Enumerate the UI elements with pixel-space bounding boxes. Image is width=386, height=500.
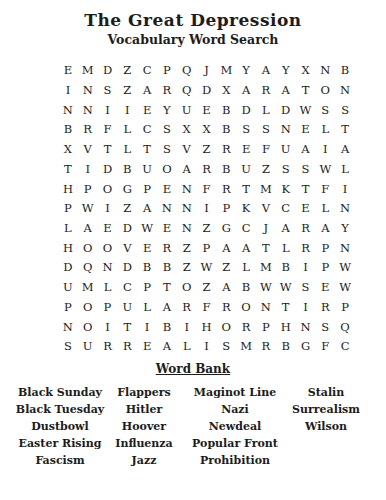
grid-cell-r4c15: T	[335, 120, 355, 140]
grid-cell-r4c3: F	[98, 120, 118, 140]
word-bank-word: Popular Front	[192, 435, 278, 452]
grid-cell-r13c4: U	[117, 298, 137, 318]
grid-cell-r6c13: S	[296, 160, 316, 180]
word-bank-word: Fascism	[35, 452, 84, 469]
grid-cell-r15c15: C	[335, 337, 355, 357]
grid-cell-r6c7: A	[177, 160, 197, 180]
grid-cell-r15c13: G	[296, 337, 316, 357]
grid-cell-r14c3: I	[98, 318, 118, 338]
grid-cell-r5c12: U	[276, 140, 296, 160]
grid-cell-r3c9: B	[216, 100, 236, 120]
grid-cell-r10c9: A	[216, 239, 236, 259]
grid-cell-r6c5: U	[137, 160, 157, 180]
grid-cell-r10c14: P	[315, 239, 335, 259]
grid-cell-r5c7: V	[177, 140, 197, 160]
grid-cell-r8c10: K	[236, 199, 256, 219]
grid-cell-r8c11: V	[256, 199, 276, 219]
grid-cell-r13c11: N	[256, 298, 276, 318]
grid-cell-r11c13: I	[296, 258, 316, 278]
grid-cell-r2c2: N	[78, 81, 98, 101]
grid-cell-r1c4: Z	[117, 61, 137, 81]
grid-cell-r6c9: B	[216, 160, 236, 180]
grid-cell-r8c14: L	[315, 199, 335, 219]
grid-cell-r6c1: T	[58, 160, 78, 180]
grid-cell-r4c7: X	[177, 120, 197, 140]
grid-cell-r4c2: R	[78, 120, 98, 140]
word-bank-column-2: FlappersHitlerHooverInfluenzaJazz	[102, 384, 186, 469]
grid-cell-r5c5: T	[137, 140, 157, 160]
grid-cell-r3c2: N	[78, 100, 98, 120]
grid-cell-r7c13: T	[296, 179, 316, 199]
grid-cell-r15c2: U	[78, 337, 98, 357]
grid-cell-r7c3: O	[98, 179, 118, 199]
grid-cell-r8c4: Z	[117, 199, 137, 219]
grid-cell-r15c11: R	[256, 337, 276, 357]
grid-cell-r7c1: H	[58, 179, 78, 199]
grid-cell-r9c10: C	[236, 219, 256, 239]
grid-cell-r14c10: R	[236, 318, 256, 338]
grid-cell-r8c8: I	[197, 199, 217, 219]
grid-cell-r3c5: E	[137, 100, 157, 120]
grid-cell-r5c8: Z	[197, 140, 217, 160]
word-bank-word: Jazz	[132, 452, 157, 469]
grid-cell-r1c13: X	[296, 61, 316, 81]
grid-cell-r13c6: A	[157, 298, 177, 318]
grid-cell-r9c5: W	[137, 219, 157, 239]
grid-cell-r12c4: C	[117, 278, 137, 298]
grid-cell-r6c2: I	[78, 160, 98, 180]
grid-cell-r2c10: A	[236, 81, 256, 101]
grid-cell-r13c9: R	[216, 298, 236, 318]
grid-cell-r10c10: A	[236, 239, 256, 259]
grid-cell-r3c13: W	[296, 100, 316, 120]
grid-cell-r15c6: A	[157, 337, 177, 357]
grid-cell-r2c6: R	[157, 81, 177, 101]
grid-cell-r11c9: Z	[216, 258, 236, 278]
grid-cell-r1c6: P	[157, 61, 177, 81]
grid-cell-r11c2: Q	[78, 258, 98, 278]
grid-cell-r3c1: N	[58, 100, 78, 120]
grid-cell-r14c12: H	[276, 318, 296, 338]
grid-cell-r1c10: Y	[236, 61, 256, 81]
grid-cell-r3c6: Y	[157, 100, 177, 120]
grid-cell-r9c9: G	[216, 219, 236, 239]
grid-cell-r8c9: P	[216, 199, 236, 219]
grid-cell-r13c14: R	[315, 298, 335, 318]
grid-cell-r14c14: S	[315, 318, 335, 338]
grid-cell-r15c12: B	[276, 337, 296, 357]
grid-cell-r2c12: A	[276, 81, 296, 101]
grid-cell-r2c7: Q	[177, 81, 197, 101]
grid-cell-r10c4: V	[117, 239, 137, 259]
grid-cell-r4c5: C	[137, 120, 157, 140]
grid-cell-r9c3: E	[98, 219, 118, 239]
grid-cell-r5c3: T	[98, 140, 118, 160]
grid-cell-r12c10: B	[236, 278, 256, 298]
grid-cell-r8c1: P	[58, 199, 78, 219]
grid-cell-r14c6: B	[157, 318, 177, 338]
grid-cell-r14c7: I	[177, 318, 197, 338]
word-bank-word: Dustbowl	[31, 418, 89, 435]
grid-cell-r12c8: Z	[197, 278, 217, 298]
grid-cell-r1c12: Y	[276, 61, 296, 81]
word-bank-column-3: Maginot LineNaziNewdealPopular FrontProh…	[186, 384, 284, 469]
grid-cell-r7c10: T	[236, 179, 256, 199]
grid-cell-r9c7: N	[177, 219, 197, 239]
grid-cell-r8c12: C	[276, 199, 296, 219]
word-bank-column-4: StalinSurrealismWilson	[284, 384, 368, 469]
grid-cell-r4c13: E	[296, 120, 316, 140]
grid-cell-r12c2: M	[78, 278, 98, 298]
grid-cell-r14c4: T	[117, 318, 137, 338]
grid-cell-r13c12: T	[276, 298, 296, 318]
grid-cell-r6c14: W	[315, 160, 335, 180]
word-bank-word: Stalin	[308, 384, 345, 401]
grid-cell-r3c4: I	[117, 100, 137, 120]
word-bank-word: Hitler	[126, 401, 163, 418]
grid-cell-r8c6: N	[157, 199, 177, 219]
grid-cell-r10c5: E	[137, 239, 157, 259]
grid-cell-r1c7: Q	[177, 61, 197, 81]
grid-cell-r12c11: W	[256, 278, 276, 298]
grid-cell-r4c6: S	[157, 120, 177, 140]
grid-cell-r13c8: F	[197, 298, 217, 318]
grid-cell-r4c11: S	[256, 120, 276, 140]
grid-cell-r11c1: D	[58, 258, 78, 278]
grid-cell-r11c14: P	[315, 258, 335, 278]
grid-cell-r6c11: Z	[256, 160, 276, 180]
grid-cell-r5c15: A	[335, 140, 355, 160]
grid-cell-r6c6: O	[157, 160, 177, 180]
grid-cell-r13c10: O	[236, 298, 256, 318]
grid-cell-r14c1: N	[58, 318, 78, 338]
grid-cell-r15c8: I	[197, 337, 217, 357]
grid-cell-r1c3: D	[98, 61, 118, 81]
grid-cell-r8c15: N	[335, 199, 355, 219]
grid-cell-r11c7: Z	[177, 258, 197, 278]
grid-cell-r10c15: N	[335, 239, 355, 259]
word-bank-word: Newdeal	[209, 418, 262, 435]
grid-cell-r13c13: I	[296, 298, 316, 318]
grid-cell-r6c12: S	[276, 160, 296, 180]
grid-cell-r14c2: O	[78, 318, 98, 338]
grid-cell-r12c5: P	[137, 278, 157, 298]
grid-cell-r2c13: T	[296, 81, 316, 101]
word-bank-word: Surrealism	[292, 401, 360, 418]
grid-cell-r2c5: A	[137, 81, 157, 101]
grid-cell-r14c8: H	[197, 318, 217, 338]
grid-cell-r11c6: B	[157, 258, 177, 278]
page-subtitle: Vocabulary Word Search	[0, 32, 386, 47]
grid-cell-r8c3: I	[98, 199, 118, 219]
grid-cell-r4c4: L	[117, 120, 137, 140]
grid-cell-r13c5: L	[137, 298, 157, 318]
grid-cell-r2c1: I	[58, 81, 78, 101]
grid-cell-r7c12: K	[276, 179, 296, 199]
word-bank-word: Wilson	[305, 418, 347, 435]
grid-cell-r10c7: Z	[177, 239, 197, 259]
grid-cell-r5c9: R	[216, 140, 236, 160]
grid-cell-r3c15: S	[335, 100, 355, 120]
grid-cell-r3c14: S	[315, 100, 335, 120]
grid-cell-r9c12: A	[276, 219, 296, 239]
grid-cell-r4c12: N	[276, 120, 296, 140]
grid-cell-r14c13: N	[296, 318, 316, 338]
grid-cell-r5c14: I	[315, 140, 335, 160]
grid-cell-r10c3: O	[98, 239, 118, 259]
grid-cell-r8c2: W	[78, 199, 98, 219]
grid-cell-r2c15: N	[335, 81, 355, 101]
grid-cell-r3c7: U	[177, 100, 197, 120]
grid-cell-r15c4: R	[117, 337, 137, 357]
grid-cell-r11c15: W	[335, 258, 355, 278]
grid-cell-r2c9: X	[216, 81, 236, 101]
word-bank-word: Nazi	[221, 401, 249, 418]
word-bank-word: Easter Rising	[19, 435, 102, 452]
grid-cell-r6c8: R	[197, 160, 217, 180]
grid-cell-r13c7: R	[177, 298, 197, 318]
grid-cell-r11c5: B	[137, 258, 157, 278]
grid-cell-r4c14: L	[315, 120, 335, 140]
grid-cell-r1c5: C	[137, 61, 157, 81]
grid-cell-r2c3: S	[98, 81, 118, 101]
grid-cell-r8c5: A	[137, 199, 157, 219]
grid-cell-r7c11: M	[256, 179, 276, 199]
grid-cell-r14c15: Q	[335, 318, 355, 338]
grid-cell-r8c7: N	[177, 199, 197, 219]
grid-cell-r15c1: S	[58, 337, 78, 357]
grid-cell-r12c3: L	[98, 278, 118, 298]
word-bank-word: Hoover	[122, 418, 166, 435]
grid-cell-r2c4: Z	[117, 81, 137, 101]
grid-cell-r9c1: L	[58, 219, 78, 239]
grid-cell-r15c9: S	[216, 337, 236, 357]
grid-cell-r7c4: G	[117, 179, 137, 199]
grid-cell-r10c6: R	[157, 239, 177, 259]
grid-cell-r15c7: L	[177, 337, 197, 357]
grid-cell-r1c11: A	[256, 61, 276, 81]
grid-cell-r7c7: N	[177, 179, 197, 199]
grid-cell-r10c1: H	[58, 239, 78, 259]
grid-cell-r1c1: E	[58, 61, 78, 81]
grid-cell-r15c10: M	[236, 337, 256, 357]
grid-cell-r10c2: O	[78, 239, 98, 259]
grid-cell-r15c3: R	[98, 337, 118, 357]
grid-cell-r13c1: P	[58, 298, 78, 318]
grid-cell-r11c4: D	[117, 258, 137, 278]
grid-cell-r5c2: V	[78, 140, 98, 160]
grid-cell-r5c4: L	[117, 140, 137, 160]
grid-cell-r10c11: T	[256, 239, 276, 259]
grid-cell-r3c10: D	[236, 100, 256, 120]
word-bank-word: Maginot Line	[194, 384, 276, 401]
grid-cell-r6c4: B	[117, 160, 137, 180]
grid-cell-r14c5: I	[137, 318, 157, 338]
word-bank-word: Influenza	[115, 435, 173, 452]
grid-cell-r12c12: W	[276, 278, 296, 298]
grid-cell-r4c8: X	[197, 120, 217, 140]
grid-cell-r6c10: U	[236, 160, 256, 180]
grid-cell-r11c11: M	[256, 258, 276, 278]
grid-cell-r6c15: L	[335, 160, 355, 180]
grid-cell-r7c5: P	[137, 179, 157, 199]
grid-cell-r12c1: U	[58, 278, 78, 298]
grid-cell-r9c15: Y	[335, 219, 355, 239]
grid-cell-r12c13: S	[296, 278, 316, 298]
grid-cell-r11c3: N	[98, 258, 118, 278]
grid-cell-r9c13: R	[296, 219, 316, 239]
grid-cell-r7c2: P	[78, 179, 98, 199]
grid-cell-r12c6: T	[157, 278, 177, 298]
grid-cell-r2c8: D	[197, 81, 217, 101]
grid-cell-r9c4: D	[117, 219, 137, 239]
grid-cell-r3c11: L	[256, 100, 276, 120]
grid-cell-r12c7: O	[177, 278, 197, 298]
grid-cell-r12c9: A	[216, 278, 236, 298]
grid-cell-r1c15: B	[335, 61, 355, 81]
grid-cell-r7c15: I	[335, 179, 355, 199]
grid-cell-r9c8: Z	[197, 219, 217, 239]
grid-cell-r14c9: O	[216, 318, 236, 338]
grid-cell-r9c11: J	[256, 219, 276, 239]
grid-cell-r7c14: F	[315, 179, 335, 199]
grid-cell-r5c1: X	[58, 140, 78, 160]
grid-cell-r1c14: N	[315, 61, 335, 81]
grid-cell-r13c15: P	[335, 298, 355, 318]
grid-cell-r3c8: E	[197, 100, 217, 120]
grid-cell-r1c8: J	[197, 61, 217, 81]
grid-cell-r5c6: S	[157, 140, 177, 160]
grid-cell-r9c6: E	[157, 219, 177, 239]
grid-cell-r4c9: B	[216, 120, 236, 140]
grid-cell-r9c2: A	[78, 219, 98, 239]
word-bank-word: Black Sunday	[18, 384, 102, 401]
grid-cell-r7c8: F	[197, 179, 217, 199]
grid-cell-r14c11: P	[256, 318, 276, 338]
grid-cell-r10c13: R	[296, 239, 316, 259]
grid-cell-r1c9: M	[216, 61, 236, 81]
grid-cell-r13c2: O	[78, 298, 98, 318]
grid-cell-r2c14: O	[315, 81, 335, 101]
grid-cell-r4c10: S	[236, 120, 256, 140]
word-bank-word: Prohibition	[200, 452, 270, 469]
grid-cell-r6c3: D	[98, 160, 118, 180]
word-bank-word: Flappers	[117, 384, 171, 401]
grid-cell-r15c5: E	[137, 337, 157, 357]
grid-cell-r1c2: M	[78, 61, 98, 81]
grid-cell-r11c8: W	[197, 258, 217, 278]
grid-cell-r3c3: I	[98, 100, 118, 120]
grid-cell-r10c12: L	[276, 239, 296, 259]
grid-cell-r11c10: L	[236, 258, 256, 278]
grid-cell-r11c12: B	[276, 258, 296, 278]
grid-cell-r10c8: P	[197, 239, 217, 259]
grid-cell-r15c14: F	[315, 337, 335, 357]
grid-cell-r3c12: D	[276, 100, 296, 120]
grid-cell-r4c1: B	[58, 120, 78, 140]
word-search-grid: EMDZCPQJMYAYXNBINSZARQDXARATONNNIIEYUEBD…	[58, 61, 355, 357]
grid-cell-r2c11: R	[256, 81, 276, 101]
grid-cell-r5c13: A	[296, 140, 316, 160]
grid-cell-r7c6: E	[157, 179, 177, 199]
grid-cell-r7c9: R	[216, 179, 236, 199]
grid-cell-r12c15: W	[335, 278, 355, 298]
grid-cell-r5c11: F	[256, 140, 276, 160]
page-title: The Great Depression	[0, 10, 386, 30]
grid-cell-r5c10: E	[236, 140, 256, 160]
grid-cell-r13c3: P	[98, 298, 118, 318]
word-bank-word: Black Tuesday	[16, 401, 104, 418]
grid-cell-r8c13: E	[296, 199, 316, 219]
grid-cell-r12c14: E	[315, 278, 335, 298]
grid-cell-r9c14: A	[315, 219, 335, 239]
word-bank-column-1: Black SundayBlack TuesdayDustbowlEaster …	[18, 384, 102, 469]
word-bank-columns: Black SundayBlack TuesdayDustbowlEaster …	[18, 384, 368, 469]
word-bank-heading: Word Bank	[0, 362, 386, 376]
